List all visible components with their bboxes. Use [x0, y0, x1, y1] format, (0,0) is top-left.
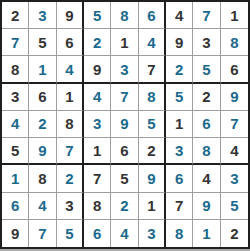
cell-r9c1[interactable]: 9: [2, 220, 29, 247]
given-digit: 4: [230, 143, 238, 158]
cell-r1c8[interactable]: 7: [193, 2, 220, 29]
given-digit: 6: [38, 89, 46, 104]
given-digit: 5: [11, 143, 19, 158]
cell-r8c3[interactable]: 3: [57, 193, 84, 220]
solved-digit: 7: [38, 226, 46, 241]
cell-r4c3[interactable]: 1: [57, 84, 84, 111]
cell-r8c6[interactable]: 1: [139, 193, 166, 220]
given-digit: 9: [65, 8, 73, 23]
cell-r4c7[interactable]: 5: [166, 84, 193, 111]
cell-r6c6[interactable]: 2: [139, 138, 166, 165]
cell-r8c7[interactable]: 7: [166, 193, 193, 220]
cell-r2c7[interactable]: 9: [166, 29, 193, 56]
solved-digit: 3: [175, 143, 183, 158]
cell-r9c8[interactable]: 1: [193, 220, 220, 247]
cell-r8c1[interactable]: 6: [2, 193, 29, 220]
cell-r1c7[interactable]: 4: [166, 2, 193, 29]
cell-r5c3[interactable]: 8: [57, 111, 84, 138]
solved-digit: 5: [65, 226, 73, 241]
cell-r6c8[interactable]: 8: [193, 138, 220, 165]
solved-digit: 5: [175, 89, 183, 104]
cell-r4c1[interactable]: 3: [2, 84, 29, 111]
cell-r3c8[interactable]: 5: [193, 56, 220, 83]
cell-r8c2[interactable]: 4: [29, 193, 56, 220]
given-digit: 1: [65, 89, 73, 104]
cell-r2c2[interactable]: 5: [29, 29, 56, 56]
given-digit: 7: [175, 198, 183, 213]
given-digit: 7: [147, 62, 155, 77]
solved-digit: 7: [65, 143, 73, 158]
solved-digit: 8: [230, 35, 238, 50]
given-digit: 6: [65, 35, 73, 50]
given-digit: 6: [120, 143, 128, 158]
cell-r3c1[interactable]: 8: [2, 56, 29, 83]
cell-r6c7[interactable]: 3: [166, 138, 193, 165]
solved-digit: 2: [120, 198, 128, 213]
given-digit: 2: [202, 89, 210, 104]
solved-digit: 4: [120, 226, 128, 241]
cell-r4c5[interactable]: 7: [111, 84, 138, 111]
solved-digit: 3: [38, 8, 46, 23]
cell-r7c1[interactable]: 1: [2, 165, 29, 192]
solved-digit: 3: [230, 171, 238, 186]
solved-digit: 5: [202, 62, 210, 77]
given-digit: 4: [175, 8, 183, 23]
sudoku-board: 2395864717562149388149372563614785294283…: [0, 0, 250, 249]
cell-r5c8[interactable]: 6: [193, 111, 220, 138]
given-digit: 7: [93, 171, 101, 186]
given-digit: 3: [202, 35, 210, 50]
solved-digit: 9: [120, 116, 128, 131]
solved-digit: 6: [202, 116, 210, 131]
solved-digit: 3: [93, 116, 101, 131]
solved-digit: 5: [147, 116, 155, 131]
cell-r8c8[interactable]: 9: [193, 193, 220, 220]
cell-r4c8[interactable]: 2: [193, 84, 220, 111]
cell-r5c9[interactable]: 7: [221, 111, 248, 138]
cell-r6c4[interactable]: 1: [84, 138, 111, 165]
solved-digit: 9: [202, 198, 210, 213]
cell-r3c5[interactable]: 3: [111, 56, 138, 83]
cell-r4c4[interactable]: 4: [84, 84, 111, 111]
solved-digit: 2: [93, 35, 101, 50]
cell-r9c9[interactable]: 2: [221, 220, 248, 247]
cell-r1c4[interactable]: 5: [84, 2, 111, 29]
given-digit: 1: [120, 35, 128, 50]
cell-r1c5[interactable]: 8: [111, 2, 138, 29]
solved-digit: 6: [175, 171, 183, 186]
cell-r3c6[interactable]: 7: [139, 56, 166, 83]
given-digit: 6: [230, 62, 238, 77]
given-digit: 1: [230, 8, 238, 23]
cell-r3c7[interactable]: 2: [166, 56, 193, 83]
solved-digit: 4: [11, 116, 19, 131]
cell-r8c4[interactable]: 8: [84, 193, 111, 220]
solved-digit: 4: [147, 35, 155, 50]
solved-digit: 8: [147, 89, 155, 104]
cell-r6c2[interactable]: 9: [29, 138, 56, 165]
cell-r6c5[interactable]: 6: [111, 138, 138, 165]
solved-digit: 4: [38, 198, 46, 213]
cell-r4c6[interactable]: 8: [139, 84, 166, 111]
solved-digit: 6: [11, 198, 19, 213]
solved-digit: 1: [11, 171, 19, 186]
cell-r2c3[interactable]: 6: [57, 29, 84, 56]
cell-r5c1[interactable]: 4: [2, 111, 29, 138]
cell-r2c8[interactable]: 3: [193, 29, 220, 56]
cell-r7c6[interactable]: 9: [139, 165, 166, 192]
given-digit: 2: [230, 226, 238, 241]
solved-digit: 7: [230, 116, 238, 131]
solved-digit: 7: [11, 35, 19, 50]
solved-digit: 5: [230, 198, 238, 213]
cell-r8c5[interactable]: 2: [111, 193, 138, 220]
given-digit: 8: [93, 198, 101, 213]
cell-r7c4[interactable]: 7: [84, 165, 111, 192]
given-digit: 1: [93, 143, 101, 158]
solved-digit: 6: [147, 8, 155, 23]
given-digit: 3: [11, 89, 19, 104]
cell-r7c9[interactable]: 3: [221, 165, 248, 192]
cell-r6c9[interactable]: 4: [221, 138, 248, 165]
cell-r1c3[interactable]: 9: [57, 2, 84, 29]
given-digit: 9: [175, 35, 183, 50]
cell-r4c9[interactable]: 9: [221, 84, 248, 111]
given-digit: 2: [11, 8, 19, 23]
cell-r9c7[interactable]: 8: [166, 220, 193, 247]
cell-r9c5[interactable]: 4: [111, 220, 138, 247]
cell-r2c5[interactable]: 1: [111, 29, 138, 56]
solved-digit: 4: [93, 89, 101, 104]
cell-r4c2[interactable]: 6: [29, 84, 56, 111]
given-digit: 3: [65, 198, 73, 213]
given-digit: 9: [11, 226, 19, 241]
given-digit: 1: [147, 198, 155, 213]
solved-digit: 1: [38, 62, 46, 77]
cell-r8c9[interactable]: 5: [221, 193, 248, 220]
solved-digit: 3: [147, 226, 155, 241]
cell-r2c4[interactable]: 2: [84, 29, 111, 56]
solved-digit: 6: [93, 226, 101, 241]
cell-r2c9[interactable]: 8: [221, 29, 248, 56]
cell-r7c2[interactable]: 8: [29, 165, 56, 192]
cell-r3c2[interactable]: 1: [29, 56, 56, 83]
given-digit: 9: [93, 62, 101, 77]
solved-digit: 8: [202, 143, 210, 158]
cell-r5c2[interactable]: 2: [29, 111, 56, 138]
cell-r1c1[interactable]: 2: [2, 2, 29, 29]
solved-digit: 7: [120, 89, 128, 104]
solved-digit: 2: [38, 116, 46, 131]
given-digit: 5: [38, 35, 46, 50]
solved-digit: 9: [230, 89, 238, 104]
cell-r3c9[interactable]: 6: [221, 56, 248, 83]
solved-digit: 8: [175, 226, 183, 241]
solved-digit: 5: [93, 8, 101, 23]
solved-digit: 7: [202, 8, 210, 23]
solved-digit: 2: [175, 62, 183, 77]
cell-r7c8[interactable]: 4: [193, 165, 220, 192]
given-digit: 8: [38, 171, 46, 186]
solved-digit: 9: [147, 171, 155, 186]
solved-digit: 4: [65, 62, 73, 77]
solved-digit: 2: [65, 171, 73, 186]
cell-r9c6[interactable]: 3: [139, 220, 166, 247]
cell-r7c7[interactable]: 6: [166, 165, 193, 192]
given-digit: 8: [11, 62, 19, 77]
cell-r2c1[interactable]: 7: [2, 29, 29, 56]
cell-r1c2[interactable]: 3: [29, 2, 56, 29]
cell-r5c6[interactable]: 5: [139, 111, 166, 138]
cell-r5c7[interactable]: 1: [166, 111, 193, 138]
cell-r7c3[interactable]: 2: [57, 165, 84, 192]
cell-r6c3[interactable]: 7: [57, 138, 84, 165]
cell-r5c4[interactable]: 3: [84, 111, 111, 138]
given-digit: 4: [202, 171, 210, 186]
solved-digit: 9: [38, 143, 46, 158]
given-digit: 1: [175, 116, 183, 131]
cell-r2c6[interactable]: 4: [139, 29, 166, 56]
cell-r7c5[interactable]: 5: [111, 165, 138, 192]
cell-r1c9[interactable]: 1: [221, 2, 248, 29]
given-digit: 8: [65, 116, 73, 131]
cell-r9c4[interactable]: 6: [84, 220, 111, 247]
cell-r9c2[interactable]: 7: [29, 220, 56, 247]
cell-r9c3[interactable]: 5: [57, 220, 84, 247]
solved-digit: 3: [120, 62, 128, 77]
given-digit: 5: [120, 171, 128, 186]
cell-r3c4[interactable]: 9: [84, 56, 111, 83]
solved-digit: 1: [202, 226, 210, 241]
given-digit: 2: [147, 143, 155, 158]
cell-r6c1[interactable]: 5: [2, 138, 29, 165]
cell-r5c5[interactable]: 9: [111, 111, 138, 138]
solved-digit: 8: [120, 8, 128, 23]
cell-r3c3[interactable]: 4: [57, 56, 84, 83]
cell-r1c6[interactable]: 6: [139, 2, 166, 29]
